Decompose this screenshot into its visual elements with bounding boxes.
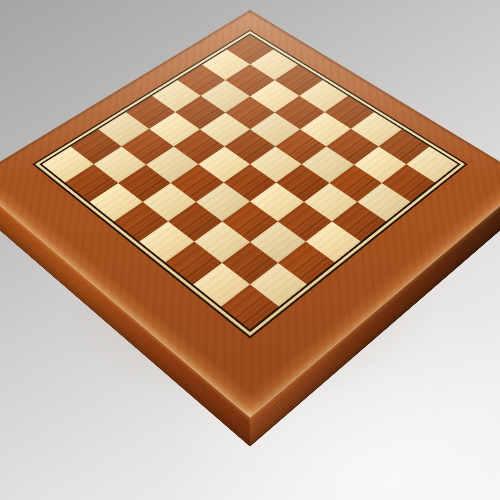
square-r3c6 — [304, 183, 358, 222]
chess-board — [0, 10, 500, 417]
square-r7c3 — [114, 202, 168, 242]
inlay-inner-dark-line — [39, 33, 460, 332]
scene — [0, 0, 500, 500]
board-grid — [42, 35, 458, 330]
square-r3c7 — [332, 202, 386, 242]
square-r6c3 — [143, 183, 197, 222]
square-r5c5 — [223, 202, 277, 242]
square-r7c2 — [89, 183, 143, 222]
square-r6c5 — [195, 221, 250, 262]
square-r7c4 — [139, 221, 194, 262]
square-r6c7 — [250, 262, 307, 306]
square-r7c6 — [193, 262, 250, 306]
square-r4c5 — [250, 183, 304, 222]
square-r5c4 — [196, 183, 250, 222]
square-r4c6 — [277, 202, 331, 242]
square-r7c7 — [221, 284, 279, 330]
square-r4c7 — [305, 221, 360, 262]
square-r5c6 — [250, 221, 305, 262]
board-top-face — [0, 10, 500, 417]
square-r5c7 — [278, 241, 334, 284]
square-r7c5 — [166, 241, 222, 284]
board-frame — [0, 10, 500, 417]
square-r2c7 — [357, 183, 411, 222]
square-r6c6 — [222, 241, 278, 284]
studio-backdrop — [0, 0, 500, 500]
square-r6c4 — [168, 202, 222, 242]
